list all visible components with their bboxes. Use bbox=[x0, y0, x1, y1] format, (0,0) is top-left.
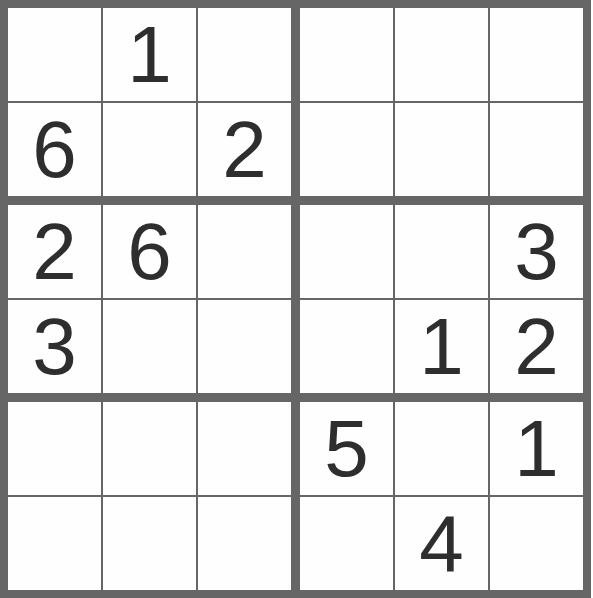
cell-r1c2-given[interactable]: 1 bbox=[103, 8, 196, 101]
cell-r6c2-empty[interactable] bbox=[103, 497, 196, 590]
cell-r1c3-empty[interactable] bbox=[198, 8, 291, 101]
cell-r2c6-empty[interactable] bbox=[490, 103, 583, 196]
cell-r1c5-empty[interactable] bbox=[395, 8, 488, 101]
cell-r5c6-given[interactable]: 1 bbox=[490, 402, 583, 495]
cell-r2c3-given[interactable]: 2 bbox=[198, 103, 291, 196]
cell-r3c5-empty[interactable] bbox=[395, 205, 488, 298]
cell-r2c4-empty[interactable] bbox=[300, 103, 393, 196]
cell-r5c5-empty[interactable] bbox=[395, 402, 488, 495]
cell-r3c3-empty[interactable] bbox=[198, 205, 291, 298]
cell-r5c4-given[interactable]: 5 bbox=[300, 402, 393, 495]
cell-r1c1-empty[interactable] bbox=[8, 8, 101, 101]
cell-r3c6-given[interactable]: 3 bbox=[490, 205, 583, 298]
cell-r1c6-empty[interactable] bbox=[490, 8, 583, 101]
cell-r6c6-empty[interactable] bbox=[490, 497, 583, 590]
cell-r5c2-empty[interactable] bbox=[103, 402, 196, 495]
cell-r6c3-empty[interactable] bbox=[198, 497, 291, 590]
cell-r3c4-empty[interactable] bbox=[300, 205, 393, 298]
cell-r6c4-empty[interactable] bbox=[300, 497, 393, 590]
cell-r6c5-given[interactable]: 4 bbox=[395, 497, 488, 590]
cell-r5c3-empty[interactable] bbox=[198, 402, 291, 495]
cell-r6c1-empty[interactable] bbox=[8, 497, 101, 590]
cell-r4c4-empty[interactable] bbox=[300, 300, 393, 393]
cell-r2c5-empty[interactable] bbox=[395, 103, 488, 196]
cell-r2c2-empty[interactable] bbox=[103, 103, 196, 196]
cell-r1c4-empty[interactable] bbox=[300, 8, 393, 101]
sudoku-board: 162263312514 bbox=[0, 0, 591, 598]
cell-r4c3-empty[interactable] bbox=[198, 300, 291, 393]
cell-r4c5-given[interactable]: 1 bbox=[395, 300, 488, 393]
cell-r2c1-given[interactable]: 6 bbox=[8, 103, 101, 196]
cell-r3c1-given[interactable]: 2 bbox=[8, 205, 101, 298]
cell-r3c2-given[interactable]: 6 bbox=[103, 205, 196, 298]
cell-r4c2-empty[interactable] bbox=[103, 300, 196, 393]
cell-r5c1-empty[interactable] bbox=[8, 402, 101, 495]
cell-r4c1-given[interactable]: 3 bbox=[8, 300, 101, 393]
cell-r4c6-given[interactable]: 2 bbox=[490, 300, 583, 393]
